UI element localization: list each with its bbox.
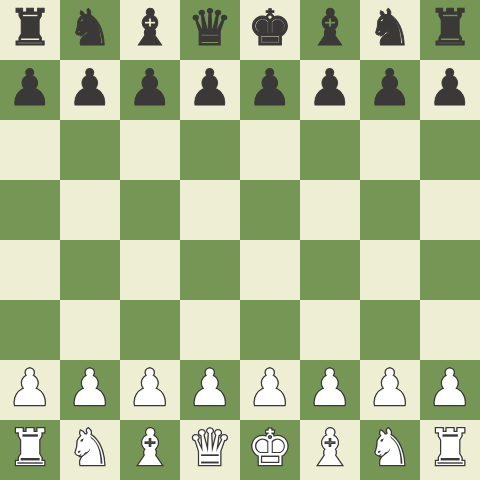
square-e3[interactable] [240, 300, 300, 360]
square-g4[interactable] [360, 240, 420, 300]
piece-white-pawn[interactable]: ♟ [308, 358, 353, 418]
square-f4[interactable] [300, 240, 360, 300]
piece-white-rook[interactable]: ♜ [8, 418, 53, 478]
square-h3[interactable] [420, 300, 480, 360]
piece-black-king[interactable]: ♚ [248, 0, 293, 58]
piece-black-bishop[interactable]: ♝ [308, 0, 353, 58]
square-h6[interactable] [420, 120, 480, 180]
piece-white-pawn[interactable]: ♟ [128, 358, 173, 418]
square-e6[interactable] [240, 120, 300, 180]
piece-black-pawn[interactable]: ♟ [68, 58, 113, 118]
square-b6[interactable] [60, 120, 120, 180]
square-g5[interactable] [360, 180, 420, 240]
square-b4[interactable] [60, 240, 120, 300]
square-b3[interactable] [60, 300, 120, 360]
square-c4[interactable] [120, 240, 180, 300]
square-b2[interactable]: ♟ [60, 360, 120, 420]
piece-white-pawn[interactable]: ♟ [188, 358, 233, 418]
square-b1[interactable]: ♞ [60, 420, 120, 480]
piece-white-pawn[interactable]: ♟ [428, 358, 473, 418]
square-f8[interactable]: ♝ [300, 0, 360, 60]
piece-black-pawn[interactable]: ♟ [368, 58, 413, 118]
square-h4[interactable] [420, 240, 480, 300]
square-c2[interactable]: ♟ [120, 360, 180, 420]
square-c6[interactable] [120, 120, 180, 180]
square-c5[interactable] [120, 180, 180, 240]
square-b8[interactable]: ♞ [60, 0, 120, 60]
piece-white-pawn[interactable]: ♟ [248, 358, 293, 418]
piece-white-queen[interactable]: ♛ [188, 418, 233, 478]
square-a5[interactable] [0, 180, 60, 240]
piece-white-king[interactable]: ♚ [248, 418, 293, 478]
square-e7[interactable]: ♟ [240, 60, 300, 120]
square-g1[interactable]: ♞ [360, 420, 420, 480]
square-h8[interactable]: ♜ [420, 0, 480, 60]
square-d8[interactable]: ♛ [180, 0, 240, 60]
square-e1[interactable]: ♚ [240, 420, 300, 480]
square-d5[interactable] [180, 180, 240, 240]
piece-black-rook[interactable]: ♜ [8, 0, 53, 58]
piece-white-pawn[interactable]: ♟ [368, 358, 413, 418]
square-h7[interactable]: ♟ [420, 60, 480, 120]
piece-white-bishop[interactable]: ♝ [128, 418, 173, 478]
piece-black-queen[interactable]: ♛ [188, 0, 233, 58]
square-f5[interactable] [300, 180, 360, 240]
square-b5[interactable] [60, 180, 120, 240]
piece-black-pawn[interactable]: ♟ [8, 58, 53, 118]
piece-white-knight[interactable]: ♞ [368, 418, 413, 478]
square-a4[interactable] [0, 240, 60, 300]
piece-white-pawn[interactable]: ♟ [8, 358, 53, 418]
square-g8[interactable]: ♞ [360, 0, 420, 60]
piece-white-pawn[interactable]: ♟ [68, 358, 113, 418]
square-d2[interactable]: ♟ [180, 360, 240, 420]
square-g3[interactable] [360, 300, 420, 360]
square-e8[interactable]: ♚ [240, 0, 300, 60]
piece-white-bishop[interactable]: ♝ [308, 418, 353, 478]
square-g7[interactable]: ♟ [360, 60, 420, 120]
square-d1[interactable]: ♛ [180, 420, 240, 480]
piece-black-pawn[interactable]: ♟ [128, 58, 173, 118]
square-c1[interactable]: ♝ [120, 420, 180, 480]
piece-black-pawn[interactable]: ♟ [428, 58, 473, 118]
square-g6[interactable] [360, 120, 420, 180]
piece-black-pawn[interactable]: ♟ [188, 58, 233, 118]
piece-white-knight[interactable]: ♞ [68, 418, 113, 478]
piece-black-pawn[interactable]: ♟ [248, 58, 293, 118]
square-a7[interactable]: ♟ [0, 60, 60, 120]
square-f6[interactable] [300, 120, 360, 180]
square-a2[interactable]: ♟ [0, 360, 60, 420]
square-b7[interactable]: ♟ [60, 60, 120, 120]
square-c3[interactable] [120, 300, 180, 360]
square-h1[interactable]: ♜ [420, 420, 480, 480]
square-e2[interactable]: ♟ [240, 360, 300, 420]
square-a6[interactable] [0, 120, 60, 180]
piece-black-bishop[interactable]: ♝ [128, 0, 173, 58]
square-a1[interactable]: ♜ [0, 420, 60, 480]
piece-black-pawn[interactable]: ♟ [308, 58, 353, 118]
square-d6[interactable] [180, 120, 240, 180]
square-d3[interactable] [180, 300, 240, 360]
square-f2[interactable]: ♟ [300, 360, 360, 420]
piece-black-rook[interactable]: ♜ [428, 0, 473, 58]
square-a8[interactable]: ♜ [0, 0, 60, 60]
square-d4[interactable] [180, 240, 240, 300]
square-c7[interactable]: ♟ [120, 60, 180, 120]
square-h2[interactable]: ♟ [420, 360, 480, 420]
square-g2[interactable]: ♟ [360, 360, 420, 420]
square-d7[interactable]: ♟ [180, 60, 240, 120]
piece-black-knight[interactable]: ♞ [368, 0, 413, 58]
square-a3[interactable] [0, 300, 60, 360]
square-f1[interactable]: ♝ [300, 420, 360, 480]
square-e4[interactable] [240, 240, 300, 300]
square-e5[interactable] [240, 180, 300, 240]
piece-black-knight[interactable]: ♞ [68, 0, 113, 58]
chess-board: ♜♞♝♛♚♝♞♜♟♟♟♟♟♟♟♟♟♟♟♟♟♟♟♟♜♞♝♛♚♝♞♜ [0, 0, 480, 480]
square-f7[interactable]: ♟ [300, 60, 360, 120]
square-h5[interactable] [420, 180, 480, 240]
piece-white-rook[interactable]: ♜ [428, 418, 473, 478]
square-f3[interactable] [300, 300, 360, 360]
square-c8[interactable]: ♝ [120, 0, 180, 60]
